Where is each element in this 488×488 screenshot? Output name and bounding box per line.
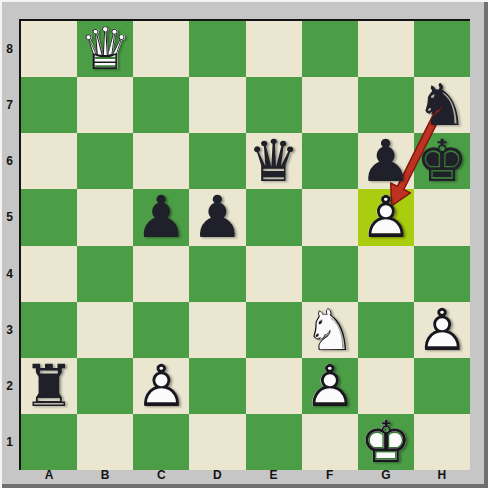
square-b3[interactable] [77, 302, 133, 358]
square-d6[interactable] [189, 133, 245, 189]
square-f6[interactable] [302, 133, 358, 189]
square-g1[interactable] [358, 414, 414, 470]
square-h5[interactable] [414, 189, 470, 245]
square-a2[interactable] [21, 358, 77, 414]
square-b4[interactable] [77, 246, 133, 302]
square-c1[interactable] [133, 414, 189, 470]
square-b5[interactable] [77, 189, 133, 245]
square-a1[interactable] [21, 414, 77, 470]
square-c7[interactable] [133, 77, 189, 133]
square-b2[interactable] [77, 358, 133, 414]
square-a5[interactable] [21, 189, 77, 245]
square-a4[interactable] [21, 246, 77, 302]
square-g6[interactable] [358, 133, 414, 189]
square-h1[interactable] [414, 414, 470, 470]
square-d2[interactable] [189, 358, 245, 414]
square-d5[interactable] [189, 189, 245, 245]
square-d7[interactable] [189, 77, 245, 133]
square-g7[interactable] [358, 77, 414, 133]
rank-label-8: 8 [0, 21, 19, 77]
square-c4[interactable] [133, 246, 189, 302]
squares-layer [21, 21, 470, 470]
square-h6[interactable] [414, 133, 470, 189]
square-h7[interactable] [414, 77, 470, 133]
square-d4[interactable] [189, 246, 245, 302]
square-g2[interactable] [358, 358, 414, 414]
square-e7[interactable] [246, 77, 302, 133]
square-h2[interactable] [414, 358, 470, 414]
square-e5[interactable] [246, 189, 302, 245]
square-h4[interactable] [414, 246, 470, 302]
square-f5[interactable] [302, 189, 358, 245]
square-c8[interactable] [133, 21, 189, 77]
square-d3[interactable] [189, 302, 245, 358]
square-h3[interactable] [414, 302, 470, 358]
board-frame: 87654321 ABCDEFGH ♛♕♞♛♟♚♟♟♟♙♞♘♟♙♜♟♙♟♙♚♔ [0, 0, 488, 488]
square-b7[interactable] [77, 77, 133, 133]
square-e1[interactable] [246, 414, 302, 470]
square-a3[interactable] [21, 302, 77, 358]
square-f2[interactable] [302, 358, 358, 414]
square-b1[interactable] [77, 414, 133, 470]
rank-label-6: 6 [0, 133, 19, 189]
square-d8[interactable] [189, 21, 245, 77]
rank-labels: 87654321 [0, 21, 19, 470]
square-g4[interactable] [358, 246, 414, 302]
square-f7[interactable] [302, 77, 358, 133]
rank-label-7: 7 [0, 77, 19, 133]
rank-label-1: 1 [0, 414, 19, 470]
square-f8[interactable] [302, 21, 358, 77]
square-b6[interactable] [77, 133, 133, 189]
square-h8[interactable] [414, 21, 470, 77]
square-e4[interactable] [246, 246, 302, 302]
square-c2[interactable] [133, 358, 189, 414]
square-a8[interactable] [21, 21, 77, 77]
square-c3[interactable] [133, 302, 189, 358]
square-c6[interactable] [133, 133, 189, 189]
square-c5[interactable] [133, 189, 189, 245]
square-b8[interactable] [77, 21, 133, 77]
square-g5[interactable] [358, 189, 414, 245]
square-e8[interactable] [246, 21, 302, 77]
chess-board: ♛♕♞♛♟♚♟♟♟♙♞♘♟♙♜♟♙♟♙♚♔ [19, 19, 470, 470]
rank-label-2: 2 [0, 358, 19, 414]
square-e6[interactable] [246, 133, 302, 189]
square-a6[interactable] [21, 133, 77, 189]
square-f1[interactable] [302, 414, 358, 470]
square-f3[interactable] [302, 302, 358, 358]
square-a7[interactable] [21, 77, 77, 133]
square-g3[interactable] [358, 302, 414, 358]
square-f4[interactable] [302, 246, 358, 302]
square-g8[interactable] [358, 21, 414, 77]
rank-label-3: 3 [0, 302, 19, 358]
square-d1[interactable] [189, 414, 245, 470]
rank-label-4: 4 [0, 246, 19, 302]
square-e2[interactable] [246, 358, 302, 414]
square-e3[interactable] [246, 302, 302, 358]
rank-label-5: 5 [0, 189, 19, 245]
